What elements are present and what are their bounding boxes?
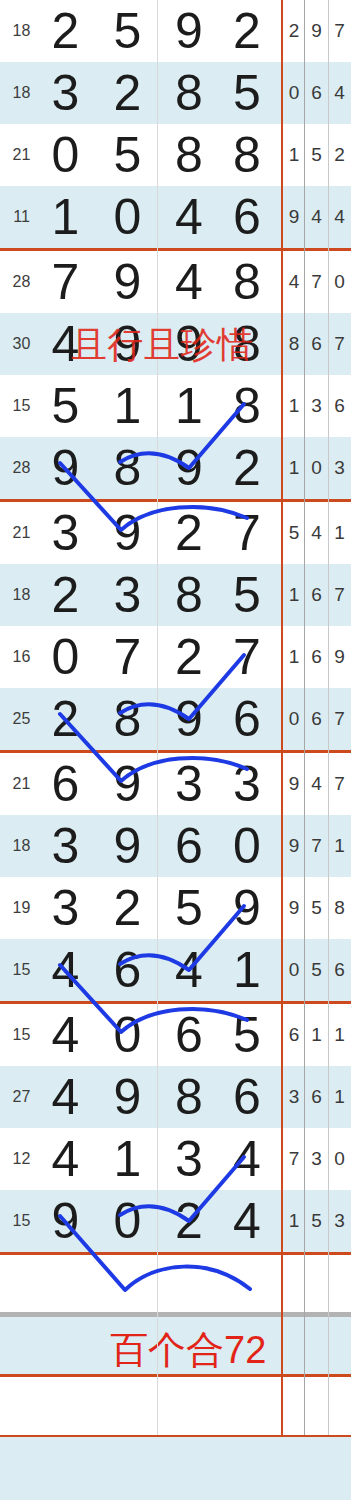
side-digit-cell: 1 <box>328 1086 351 1108</box>
digit-cell: 9 <box>96 1066 158 1128</box>
digit-cell: 2 <box>34 688 96 750</box>
digit-cell: 2 <box>219 0 283 62</box>
side-digit-cell: 4 <box>283 271 305 293</box>
side-digit-cell: 6 <box>305 708 328 730</box>
sum-cell: 16 <box>0 648 34 666</box>
side-digit-cell: 3 <box>328 1210 351 1232</box>
side-digit-cell: 7 <box>305 835 328 857</box>
draw-row: 160727169 <box>0 626 351 688</box>
sum-cell: 15 <box>0 1026 34 1044</box>
digit-cell: 3 <box>34 815 96 877</box>
side-digit-cell: 1 <box>305 1024 328 1046</box>
sum-cell: 30 <box>0 335 34 353</box>
digit-cell: 3 <box>96 564 158 626</box>
digit-cell: 9 <box>158 0 219 62</box>
draw-row: 183285064 <box>0 62 351 124</box>
empty-row <box>0 1377 351 1435</box>
digit-cell: 3 <box>34 62 96 124</box>
digit-cell: 4 <box>158 251 219 313</box>
column-grid-line <box>157 0 158 1435</box>
side-digit-cell: 6 <box>305 584 328 606</box>
draw-row: 182592297 <box>0 0 351 62</box>
draw-row: 193259958 <box>0 877 351 939</box>
digit-cell: 1 <box>34 186 96 248</box>
digit-cell: 2 <box>219 437 283 499</box>
digit-cell: 7 <box>219 502 283 564</box>
digit-cell: 6 <box>219 1066 283 1128</box>
side-digit-cell: 7 <box>283 1148 305 1170</box>
digit-cell: 4 <box>34 1128 96 1190</box>
digit-cell: 4 <box>158 186 219 248</box>
sum-cell: 18 <box>0 84 34 102</box>
sum-cell: 15 <box>0 1212 34 1230</box>
side-digit-cell: 5 <box>283 522 305 544</box>
digit-cell: 1 <box>158 375 219 437</box>
draw-row: 213927541 <box>0 502 351 564</box>
digit-cell: 8 <box>96 688 158 750</box>
side-digit-cell: 6 <box>305 1086 328 1108</box>
digit-cell: 6 <box>96 939 158 1001</box>
digit-cell: 3 <box>158 753 219 815</box>
digit-cell: 6 <box>34 753 96 815</box>
side-digit-cell: 0 <box>328 1148 351 1170</box>
side-digit-cell: 4 <box>305 522 328 544</box>
side-digit-cell: 1 <box>328 1024 351 1046</box>
side-digit-cell: 6 <box>305 333 328 355</box>
side-digit-cell: 7 <box>328 584 351 606</box>
side-digit-cell: 4 <box>305 773 328 795</box>
digit-cell: 5 <box>219 564 283 626</box>
digit-cell: 9 <box>158 688 219 750</box>
side-digit-cell: 0 <box>305 457 328 479</box>
digit-cell: 4 <box>219 1128 283 1190</box>
side-digit-cell: 8 <box>283 333 305 355</box>
side-digit-cell: 4 <box>305 206 328 228</box>
digit-cell: 1 <box>219 939 283 1001</box>
side-digit-cell: 1 <box>283 457 305 479</box>
sum-cell: 15 <box>0 961 34 979</box>
sum-cell: 19 <box>0 899 34 917</box>
digit-cell: 4 <box>34 1066 96 1128</box>
digit-cell: 4 <box>158 939 219 1001</box>
digit-cell: 1 <box>96 1128 158 1190</box>
digit-cell: 2 <box>96 877 158 939</box>
lottery-trend-chart: 1825922971832850642105881521110469442879… <box>0 0 351 1500</box>
side-digit-cell: 5 <box>305 897 328 919</box>
draw-row: 155118136 <box>0 375 351 437</box>
side-digit-cell: 7 <box>328 333 351 355</box>
digit-cell: 4 <box>34 1004 96 1066</box>
side-digit-cell: 9 <box>305 20 328 42</box>
sum-cell: 28 <box>0 459 34 477</box>
digit-cell: 8 <box>158 124 219 186</box>
side-digit-cell: 1 <box>283 144 305 166</box>
side-digit-cell: 9 <box>283 206 305 228</box>
digit-cell: 0 <box>96 1004 158 1066</box>
side-digit-cell: 1 <box>328 835 351 857</box>
side-digit-cell: 5 <box>305 959 328 981</box>
sum-cell: 12 <box>0 1150 34 1168</box>
digit-cell: 9 <box>96 815 158 877</box>
draw-row: 111046944 <box>0 186 351 248</box>
side-digit-cell: 1 <box>283 646 305 668</box>
digit-cell: 7 <box>34 251 96 313</box>
digit-cell: 2 <box>34 0 96 62</box>
sum-cell: 21 <box>0 775 34 793</box>
digit-cell: 9 <box>158 437 219 499</box>
sum-cell: 18 <box>0 586 34 604</box>
draw-row: 154641056 <box>0 939 351 1001</box>
digit-cell: 8 <box>158 564 219 626</box>
side-digit-cell: 2 <box>283 20 305 42</box>
digit-cell: 3 <box>34 502 96 564</box>
digit-cell: 3 <box>219 753 283 815</box>
side-digit-cell: 6 <box>328 395 351 417</box>
draw-row: 210588152 <box>0 124 351 186</box>
draw-row: 124134730 <box>0 1128 351 1190</box>
side-digit-cell: 7 <box>328 20 351 42</box>
side-digit-cell: 6 <box>283 1024 305 1046</box>
draw-row: 274986361 <box>0 1066 351 1128</box>
side-digit-cell: 9 <box>283 897 305 919</box>
digit-cell: 5 <box>96 0 158 62</box>
digit-cell: 8 <box>219 375 283 437</box>
side-digit-cell: 6 <box>328 959 351 981</box>
digit-cell: 9 <box>96 502 158 564</box>
side-digit-cell: 7 <box>328 708 351 730</box>
side-digit-cell: 1 <box>328 522 351 544</box>
draw-row: 182385167 <box>0 564 351 626</box>
digit-cell: 7 <box>96 626 158 688</box>
draw-row: 183960971 <box>0 815 351 877</box>
digit-cell: 0 <box>96 186 158 248</box>
side-digit-cell: 4 <box>328 206 351 228</box>
bottom-filler-row <box>0 1437 351 1500</box>
digit-cell: 9 <box>219 877 283 939</box>
sum-cell: 18 <box>0 22 34 40</box>
side-digit-cell: 3 <box>283 1086 305 1108</box>
side-digit-cell: 5 <box>305 144 328 166</box>
digit-cell: 2 <box>158 1190 219 1252</box>
side-digit-cell: 5 <box>305 1210 328 1232</box>
side-digit-cell: 3 <box>305 395 328 417</box>
side-digit-cell: 3 <box>328 457 351 479</box>
digit-cell: 0 <box>219 815 283 877</box>
side-digit-cell: 9 <box>328 646 351 668</box>
sum-cell: 21 <box>0 524 34 542</box>
orange-column-line <box>281 0 283 1435</box>
digit-cell: 0 <box>34 626 96 688</box>
digit-cell: 9 <box>34 437 96 499</box>
digit-cell: 5 <box>158 877 219 939</box>
group-divider-line <box>0 1252 351 1255</box>
side-digit-cell: 6 <box>305 646 328 668</box>
digit-cell: 2 <box>158 626 219 688</box>
side-digit-cell: 3 <box>305 1148 328 1170</box>
digit-cell: 2 <box>158 502 219 564</box>
digit-cell: 9 <box>34 1190 96 1252</box>
red-watermark-text: 且行且珍惜 <box>71 327 254 363</box>
digit-cell: 8 <box>158 1066 219 1128</box>
digit-cell: 4 <box>219 1190 283 1252</box>
sum-cell: 27 <box>0 1088 34 1106</box>
draw-row: 289892103 <box>0 437 351 499</box>
draw-row: 154065611 <box>0 1004 351 1066</box>
pending-draw-row <box>0 1255 351 1312</box>
side-digit-cell: 6 <box>305 82 328 104</box>
digit-cell: 9 <box>96 251 158 313</box>
side-digit-cell: 0 <box>283 82 305 104</box>
digit-cell: 8 <box>96 437 158 499</box>
draw-row: 287948470 <box>0 251 351 313</box>
digit-cell: 3 <box>34 877 96 939</box>
digit-cell: 5 <box>219 62 283 124</box>
sum-cell: 25 <box>0 710 34 728</box>
sum-cell: 11 <box>0 208 34 226</box>
draw-row: 216933947 <box>0 753 351 815</box>
side-digit-cell: 0 <box>283 708 305 730</box>
side-digit-cell: 7 <box>328 773 351 795</box>
side-digit-cell: 1 <box>283 584 305 606</box>
side-digit-cell: 0 <box>328 271 351 293</box>
digit-cell: 5 <box>96 124 158 186</box>
side-column-line-1 <box>304 0 305 1435</box>
digit-cell: 5 <box>34 375 96 437</box>
side-digit-cell: 8 <box>328 897 351 919</box>
side-digit-cell: 9 <box>283 835 305 857</box>
sum-cell: 15 <box>0 397 34 415</box>
digit-cell: 8 <box>219 251 283 313</box>
digit-cell: 8 <box>219 124 283 186</box>
digit-cell: 6 <box>219 186 283 248</box>
digit-cell: 2 <box>34 564 96 626</box>
draw-row: 159024153 <box>0 1190 351 1252</box>
trend-chart-rows: 1825922971832850642105881521110469442879… <box>0 0 351 1255</box>
side-digit-cell: 0 <box>283 959 305 981</box>
digit-cell: 0 <box>96 1190 158 1252</box>
side-digit-cell: 9 <box>283 773 305 795</box>
side-digit-cell: 7 <box>305 271 328 293</box>
side-digit-cell: 1 <box>283 1210 305 1232</box>
digit-cell: 6 <box>158 815 219 877</box>
footer-note-row: 百个合72 <box>0 1317 351 1374</box>
digit-cell: 0 <box>34 124 96 186</box>
footer-note-text: 百个合72 <box>110 1331 266 1369</box>
digit-cell: 6 <box>219 688 283 750</box>
digit-cell: 6 <box>158 1004 219 1066</box>
digit-cell: 4 <box>34 939 96 1001</box>
digit-cell: 2 <box>96 62 158 124</box>
digit-cell: 8 <box>158 62 219 124</box>
sum-cell: 18 <box>0 837 34 855</box>
sum-cell: 21 <box>0 146 34 164</box>
digit-cell: 9 <box>96 753 158 815</box>
digit-cell: 5 <box>219 1004 283 1066</box>
draw-row: 252896067 <box>0 688 351 750</box>
digit-cell: 3 <box>158 1128 219 1190</box>
side-digit-cell: 4 <box>328 82 351 104</box>
side-digit-cell: 1 <box>283 395 305 417</box>
sum-cell: 28 <box>0 273 34 291</box>
digit-cell: 1 <box>96 375 158 437</box>
side-digit-cell: 2 <box>328 144 351 166</box>
side-column-line-2 <box>328 0 329 1435</box>
digit-cell: 7 <box>219 626 283 688</box>
